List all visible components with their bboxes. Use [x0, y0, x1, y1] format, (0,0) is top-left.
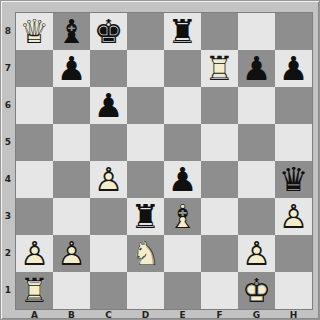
piece-black-pawn[interactable]: ♟: [238, 50, 275, 87]
square-c7[interactable]: [90, 50, 127, 87]
square-a6[interactable]: [16, 87, 53, 124]
square-b2[interactable]: ♟♙: [53, 235, 90, 272]
rank-label-cell: 1: [1, 271, 15, 308]
file-label: G: [253, 310, 260, 320]
rank-label-cell: 6: [1, 86, 15, 123]
square-b6[interactable]: [53, 87, 90, 124]
square-e1[interactable]: [164, 272, 201, 309]
piece-white-queen[interactable]: ♛♕: [16, 13, 53, 50]
square-e6[interactable]: [164, 87, 201, 124]
square-d8[interactable]: [127, 13, 164, 50]
square-f1[interactable]: [201, 272, 238, 309]
piece-black-bishop[interactable]: ♝: [53, 13, 90, 50]
square-f5[interactable]: [201, 124, 238, 161]
pawn-glyph: ♟: [238, 50, 275, 87]
file-label-cell: D: [127, 309, 164, 320]
file-label-cell: G: [238, 309, 275, 320]
file-labels: ABCDEFGH: [16, 309, 312, 320]
pawn-outline-glyph: ♙: [90, 161, 127, 198]
piece-black-rook[interactable]: ♜: [164, 13, 201, 50]
square-a2[interactable]: ♟♙: [16, 235, 53, 272]
rank-labels: 87654321: [1, 12, 15, 308]
square-g4[interactable]: [238, 161, 275, 198]
bishop-outline-glyph: ♗: [164, 198, 201, 235]
square-h6[interactable]: [275, 87, 312, 124]
square-d1[interactable]: [127, 272, 164, 309]
square-b3[interactable]: [53, 198, 90, 235]
bishop-glyph: ♝: [53, 13, 90, 50]
rook-glyph: ♜: [127, 198, 164, 235]
square-d5[interactable]: [127, 124, 164, 161]
pawn-glyph: ♟: [164, 161, 201, 198]
pawn-outline-glyph: ♙: [275, 198, 312, 235]
piece-white-bishop[interactable]: ♝♗: [164, 198, 201, 235]
square-e2[interactable]: [164, 235, 201, 272]
square-a1[interactable]: ♜♖: [16, 272, 53, 309]
square-g1[interactable]: ♚♔: [238, 272, 275, 309]
square-f6[interactable]: [201, 87, 238, 124]
rank-label: 7: [5, 63, 11, 73]
square-d7[interactable]: [127, 50, 164, 87]
square-g6[interactable]: [238, 87, 275, 124]
square-b4[interactable]: [53, 161, 90, 198]
file-label-cell: H: [275, 309, 312, 320]
rank-label: 6: [5, 100, 11, 110]
chess-diagram: 87654321 ♛♕♝♚♜♟♜♖♟♟♟♟♙♟♛♜♝♗♟♙♟♙♟♙♞♘♟♙♜♖♚…: [0, 0, 320, 320]
square-e5[interactable]: [164, 124, 201, 161]
file-label: F: [216, 310, 222, 320]
square-f2[interactable]: [201, 235, 238, 272]
square-f7[interactable]: ♜♖: [201, 50, 238, 87]
queen-outline-glyph: ♕: [16, 13, 53, 50]
rank-label: 2: [5, 248, 11, 258]
file-label: A: [31, 310, 38, 320]
rank-label-cell: 8: [1, 12, 15, 49]
square-b1[interactable]: [53, 272, 90, 309]
rank-label: 4: [5, 174, 11, 184]
square-g5[interactable]: [238, 124, 275, 161]
square-c6[interactable]: ♟: [90, 87, 127, 124]
file-label: E: [179, 310, 185, 320]
file-label: D: [142, 310, 149, 320]
square-a4[interactable]: [16, 161, 53, 198]
square-e7[interactable]: [164, 50, 201, 87]
file-label-cell: F: [201, 309, 238, 320]
square-e4[interactable]: ♟: [164, 161, 201, 198]
rook-outline-glyph: ♖: [16, 272, 53, 309]
square-e8[interactable]: ♜: [164, 13, 201, 50]
rank-label: 8: [5, 26, 11, 36]
square-b8[interactable]: ♝: [53, 13, 90, 50]
file-label-cell: C: [90, 309, 127, 320]
pawn-glyph: ♟: [90, 87, 127, 124]
file-label: B: [68, 310, 75, 320]
rank-label-cell: 7: [1, 49, 15, 86]
square-a8[interactable]: ♛♕: [16, 13, 53, 50]
piece-white-knight[interactable]: ♞♘: [127, 235, 164, 272]
square-h2[interactable]: [275, 235, 312, 272]
king-outline-glyph: ♔: [238, 272, 275, 309]
file-label: H: [290, 310, 298, 320]
square-h1[interactable]: [275, 272, 312, 309]
rank-label: 1: [5, 285, 11, 295]
pawn-outline-glyph: ♙: [53, 235, 90, 272]
square-g2[interactable]: ♟♙: [238, 235, 275, 272]
square-d3[interactable]: ♜: [127, 198, 164, 235]
piece-white-rook[interactable]: ♜♖: [16, 272, 53, 309]
rank-label-cell: 5: [1, 123, 15, 160]
piece-white-pawn[interactable]: ♟♙: [53, 235, 90, 272]
pawn-outline-glyph: ♙: [238, 235, 275, 272]
rank-label-cell: 2: [1, 234, 15, 271]
file-label-cell: A: [16, 309, 53, 320]
pawn-outline-glyph: ♙: [16, 235, 53, 272]
square-c5[interactable]: [90, 124, 127, 161]
square-d6[interactable]: [127, 87, 164, 124]
knight-outline-glyph: ♘: [127, 235, 164, 272]
piece-black-pawn[interactable]: ♟: [90, 87, 127, 124]
piece-black-rook[interactable]: ♜: [127, 198, 164, 235]
piece-white-pawn[interactable]: ♟♙: [90, 161, 127, 198]
rank-label-cell: 3: [1, 197, 15, 234]
square-h7[interactable]: ♟: [275, 50, 312, 87]
square-c3[interactable]: [90, 198, 127, 235]
square-g8[interactable]: [238, 13, 275, 50]
square-c2[interactable]: [90, 235, 127, 272]
file-label-cell: E: [164, 309, 201, 320]
rook-outline-glyph: ♖: [201, 50, 238, 87]
square-h4[interactable]: ♛: [275, 161, 312, 198]
file-label: C: [105, 310, 112, 320]
square-a3[interactable]: [16, 198, 53, 235]
square-e3[interactable]: ♝♗: [164, 198, 201, 235]
board: ♛♕♝♚♜♟♜♖♟♟♟♟♙♟♛♜♝♗♟♙♟♙♟♙♞♘♟♙♜♖♚♔: [15, 12, 313, 310]
square-h5[interactable]: [275, 124, 312, 161]
square-d2[interactable]: ♞♘: [127, 235, 164, 272]
pawn-glyph: ♟: [275, 50, 312, 87]
queen-glyph: ♛: [275, 161, 312, 198]
square-f8[interactable]: [201, 13, 238, 50]
square-c8[interactable]: ♚: [90, 13, 127, 50]
square-h3[interactable]: ♟♙: [275, 198, 312, 235]
square-c1[interactable]: [90, 272, 127, 309]
file-label-cell: B: [53, 309, 90, 320]
rank-label: 3: [5, 211, 11, 221]
piece-black-pawn[interactable]: ♟: [275, 50, 312, 87]
piece-white-pawn[interactable]: ♟♙: [238, 235, 275, 272]
piece-white-rook[interactable]: ♜♖: [201, 50, 238, 87]
rank-label-cell: 4: [1, 160, 15, 197]
square-h8[interactable]: [275, 13, 312, 50]
square-a5[interactable]: [16, 124, 53, 161]
piece-black-king[interactable]: ♚: [90, 13, 127, 50]
square-g3[interactable]: [238, 198, 275, 235]
rook-glyph: ♜: [164, 13, 201, 50]
pawn-glyph: ♟: [53, 50, 90, 87]
piece-black-queen[interactable]: ♛: [275, 161, 312, 198]
square-a7[interactable]: [16, 50, 53, 87]
king-glyph: ♚: [90, 13, 127, 50]
square-b7[interactable]: ♟: [53, 50, 90, 87]
piece-black-pawn[interactable]: ♟: [164, 161, 201, 198]
square-f4[interactable]: [201, 161, 238, 198]
rank-label: 5: [5, 137, 11, 147]
piece-black-pawn[interactable]: ♟: [53, 50, 90, 87]
piece-white-pawn[interactable]: ♟♙: [275, 198, 312, 235]
square-f3[interactable]: [201, 198, 238, 235]
piece-white-king[interactable]: ♚♔: [238, 272, 275, 309]
square-d4[interactable]: [127, 161, 164, 198]
square-g7[interactable]: ♟: [238, 50, 275, 87]
square-b5[interactable]: [53, 124, 90, 161]
piece-white-pawn[interactable]: ♟♙: [16, 235, 53, 272]
square-c4[interactable]: ♟♙: [90, 161, 127, 198]
